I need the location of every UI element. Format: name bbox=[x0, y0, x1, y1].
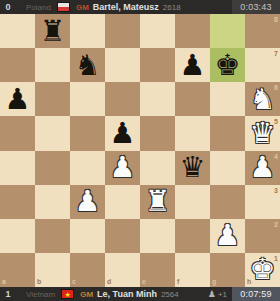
square-a4[interactable] bbox=[0, 151, 35, 185]
square-c2[interactable] bbox=[70, 219, 105, 253]
square-f8[interactable] bbox=[175, 14, 210, 48]
square-g7[interactable]: ♚ bbox=[210, 48, 245, 82]
square-h3[interactable]: 3 bbox=[245, 185, 280, 219]
rank-label-7: 7 bbox=[274, 50, 278, 57]
square-d7[interactable] bbox=[105, 48, 140, 82]
white-rook: ♜ bbox=[140, 185, 175, 219]
top-player-rating: 2618 bbox=[163, 3, 181, 12]
square-e8[interactable] bbox=[140, 14, 175, 48]
square-f5[interactable] bbox=[175, 116, 210, 150]
material-advantage-value: +1 bbox=[218, 290, 227, 299]
material-advantage: ♟ +1 bbox=[208, 290, 227, 299]
square-h7[interactable]: 7 bbox=[245, 48, 280, 82]
square-d6[interactable] bbox=[105, 82, 140, 116]
file-label-c: c bbox=[72, 278, 76, 285]
square-e6[interactable] bbox=[140, 82, 175, 116]
square-d1[interactable]: d bbox=[105, 253, 140, 287]
bottom-player-name: Le, Tuan Minh bbox=[97, 289, 157, 299]
top-player-score: 0 bbox=[0, 2, 16, 12]
bottom-player-score: 1 bbox=[0, 289, 16, 299]
bottom-player-rating: 2564 bbox=[161, 290, 179, 299]
square-c8[interactable] bbox=[70, 14, 105, 48]
square-d8[interactable] bbox=[105, 14, 140, 48]
square-e4[interactable] bbox=[140, 151, 175, 185]
square-f7[interactable]: ♟ bbox=[175, 48, 210, 82]
square-f2[interactable] bbox=[175, 219, 210, 253]
square-a8[interactable] bbox=[0, 14, 35, 48]
rank-label-8: 8 bbox=[274, 16, 278, 23]
black-pawn: ♟ bbox=[105, 116, 140, 150]
square-a3[interactable] bbox=[0, 185, 35, 219]
black-pawn: ♟ bbox=[175, 48, 210, 82]
white-pawn: ♟ bbox=[105, 151, 140, 185]
bottom-player-clock: 0:07:59 bbox=[232, 287, 280, 301]
file-label-b: b bbox=[37, 278, 41, 285]
square-f3[interactable] bbox=[175, 185, 210, 219]
poland-flag-icon bbox=[58, 3, 69, 11]
top-player-federation: Poland bbox=[26, 3, 51, 12]
black-knight: ♞ bbox=[70, 48, 105, 82]
square-g6[interactable] bbox=[210, 82, 245, 116]
square-e3[interactable]: ♜ bbox=[140, 185, 175, 219]
square-c5[interactable] bbox=[70, 116, 105, 150]
top-player-clock: 0:03:43 bbox=[232, 0, 280, 14]
square-b5[interactable] bbox=[35, 116, 70, 150]
chess-broadcast-widget: 0 Poland GM Bartel, Mateusz 2618 0:03:43… bbox=[0, 0, 280, 301]
file-label-d: d bbox=[107, 278, 111, 285]
black-queen: ♛ bbox=[175, 151, 210, 185]
square-d5[interactable]: ♟ bbox=[105, 116, 140, 150]
square-a5[interactable] bbox=[0, 116, 35, 150]
square-a7[interactable] bbox=[0, 48, 35, 82]
black-pawn: ♟ bbox=[0, 82, 35, 116]
white-pawn: ♟ bbox=[210, 219, 245, 253]
square-h5[interactable]: 5♛ bbox=[245, 116, 280, 150]
square-g8[interactable] bbox=[210, 14, 245, 48]
bottom-player-federation: Vietnam bbox=[26, 290, 55, 299]
square-h1[interactable]: 1h♚ bbox=[245, 253, 280, 287]
black-rook: ♜ bbox=[35, 14, 70, 48]
square-g3[interactable] bbox=[210, 185, 245, 219]
square-d2[interactable] bbox=[105, 219, 140, 253]
pawn-icon: ♟ bbox=[208, 290, 216, 299]
square-g4[interactable] bbox=[210, 151, 245, 185]
square-f6[interactable] bbox=[175, 82, 210, 116]
vietnam-flag-icon: ★ bbox=[62, 290, 73, 298]
square-b2[interactable] bbox=[35, 219, 70, 253]
square-e1[interactable]: e bbox=[140, 253, 175, 287]
bottom-player-title: GM bbox=[80, 290, 93, 299]
square-d3[interactable] bbox=[105, 185, 140, 219]
top-player-name: Bartel, Mateusz bbox=[93, 2, 159, 12]
rank-label-3: 3 bbox=[274, 187, 278, 194]
rank-label-2: 2 bbox=[274, 221, 278, 228]
white-pawn: ♟ bbox=[245, 151, 280, 185]
square-h6[interactable]: 6♞ bbox=[245, 82, 280, 116]
square-b1[interactable]: b bbox=[35, 253, 70, 287]
file-label-a: a bbox=[2, 278, 6, 285]
square-b8[interactable]: ♜ bbox=[35, 14, 70, 48]
file-label-g: g bbox=[212, 278, 216, 285]
square-b7[interactable] bbox=[35, 48, 70, 82]
square-e5[interactable] bbox=[140, 116, 175, 150]
square-c3[interactable]: ♟ bbox=[70, 185, 105, 219]
file-label-e: e bbox=[142, 278, 146, 285]
square-b3[interactable] bbox=[35, 185, 70, 219]
square-g1[interactable]: g bbox=[210, 253, 245, 287]
square-b6[interactable] bbox=[35, 82, 70, 116]
white-queen: ♛ bbox=[245, 116, 280, 150]
top-player-title: GM bbox=[76, 3, 89, 12]
bottom-player-bar: 1 Vietnam ★ GM Le, Tuan Minh 2564 ♟ +1 0… bbox=[0, 287, 280, 301]
square-e2[interactable] bbox=[140, 219, 175, 253]
square-c4[interactable] bbox=[70, 151, 105, 185]
square-a1[interactable]: a bbox=[0, 253, 35, 287]
square-a6[interactable]: ♟ bbox=[0, 82, 35, 116]
square-e7[interactable] bbox=[140, 48, 175, 82]
square-b4[interactable] bbox=[35, 151, 70, 185]
square-h8[interactable]: 8 bbox=[245, 14, 280, 48]
square-c1[interactable]: c bbox=[70, 253, 105, 287]
square-f1[interactable]: f bbox=[175, 253, 210, 287]
square-g2[interactable]: ♟ bbox=[210, 219, 245, 253]
square-a2[interactable] bbox=[0, 219, 35, 253]
chess-board: ♜8♞♟♚7♟6♞♟5♛♟♛4♟♟♜3♟2abcdefg1h♚ bbox=[0, 14, 280, 287]
white-pawn: ♟ bbox=[70, 185, 105, 219]
square-c7[interactable]: ♞ bbox=[70, 48, 105, 82]
square-h4[interactable]: 4♟ bbox=[245, 151, 280, 185]
file-label-f: f bbox=[177, 278, 179, 285]
square-g5[interactable] bbox=[210, 116, 245, 150]
square-h2[interactable]: 2 bbox=[245, 219, 280, 253]
square-f4[interactable]: ♛ bbox=[175, 151, 210, 185]
top-player-bar: 0 Poland GM Bartel, Mateusz 2618 0:03:43 bbox=[0, 0, 280, 14]
white-king: ♚ bbox=[245, 253, 280, 287]
white-knight: ♞ bbox=[245, 82, 280, 116]
square-c6[interactable] bbox=[70, 82, 105, 116]
black-king: ♚ bbox=[210, 48, 245, 82]
square-d4[interactable]: ♟ bbox=[105, 151, 140, 185]
